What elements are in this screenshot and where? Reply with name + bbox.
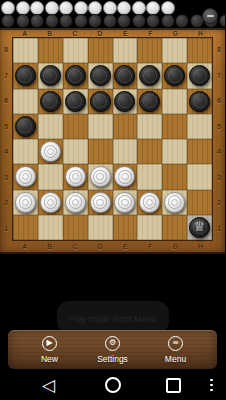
file-label: G xyxy=(163,242,188,251)
square-B5[interactable] xyxy=(38,114,63,139)
square-G4[interactable] xyxy=(162,139,187,164)
android-nav-bar: ◁ xyxy=(0,370,225,400)
checkers-board: ABCDEFGH ABCDEFGH 87654321 87654321 ♕ xyxy=(0,28,225,254)
black-man-D6[interactable] xyxy=(90,91,111,112)
black-tray-piece xyxy=(161,14,175,28)
square-A7[interactable] xyxy=(13,63,38,88)
black-tray-piece xyxy=(1,14,15,28)
square-G2[interactable] xyxy=(162,190,187,215)
rank-label: 1 xyxy=(0,216,12,242)
white-man-A2[interactable] xyxy=(15,192,36,213)
square-A3[interactable] xyxy=(13,164,38,189)
menu-list-icon: ≡ xyxy=(168,336,183,351)
file-label: B xyxy=(37,242,62,251)
white-man-D2[interactable] xyxy=(90,192,111,213)
new-button[interactable]: ▶New xyxy=(27,336,73,364)
rank-label: 6 xyxy=(0,88,12,114)
square-H3[interactable] xyxy=(187,164,212,189)
file-label: G xyxy=(163,29,188,37)
black-tray-piece xyxy=(59,14,73,28)
black-king-H1[interactable]: ♕ xyxy=(189,217,210,238)
white-tray-piece xyxy=(45,1,59,15)
white-tray-piece xyxy=(74,1,88,15)
menu-button[interactable]: ≡Menu xyxy=(153,336,199,364)
square-F7[interactable] xyxy=(137,63,162,88)
white-tray-piece xyxy=(132,1,146,15)
black-man-D7[interactable] xyxy=(90,65,111,86)
piece-trays xyxy=(0,0,225,28)
file-label: C xyxy=(62,242,87,251)
black-tray-piece xyxy=(45,14,59,28)
square-A8[interactable] xyxy=(13,38,38,63)
square-D2[interactable] xyxy=(88,190,113,215)
square-B7[interactable] xyxy=(38,63,63,88)
square-C1[interactable] xyxy=(63,215,88,240)
black-man-A7[interactable] xyxy=(15,65,36,86)
black-tray-piece xyxy=(117,14,131,28)
app-screen: ABCDEFGH ABCDEFGH 87654321 87654321 ♕ Pl… xyxy=(0,0,225,400)
square-F3[interactable] xyxy=(137,164,162,189)
rank-label: 2 xyxy=(0,190,12,216)
square-D8[interactable] xyxy=(88,38,113,63)
recents-icon[interactable] xyxy=(166,378,181,393)
toast-text: Play mode from Menu xyxy=(68,314,156,324)
rank-label: 8 xyxy=(0,37,12,63)
rank-label: 2 xyxy=(213,190,225,216)
file-label: H xyxy=(188,242,213,251)
rank-label: 4 xyxy=(0,139,12,165)
square-H2[interactable] xyxy=(187,190,212,215)
square-C8[interactable] xyxy=(63,38,88,63)
black-man-G7[interactable] xyxy=(164,65,185,86)
black-man-C7[interactable] xyxy=(65,65,86,86)
file-label: A xyxy=(12,29,37,37)
square-E7[interactable] xyxy=(113,63,138,88)
rank-label: 7 xyxy=(213,63,225,89)
minus-bar xyxy=(207,15,214,17)
square-F8[interactable] xyxy=(137,38,162,63)
file-label: E xyxy=(113,242,138,251)
square-C3[interactable] xyxy=(63,164,88,189)
square-C7[interactable] xyxy=(63,63,88,88)
rank-label: 6 xyxy=(213,88,225,114)
square-F2[interactable] xyxy=(137,190,162,215)
square-D4[interactable] xyxy=(88,139,113,164)
white-tray-piece xyxy=(16,1,30,15)
square-B3[interactable] xyxy=(38,164,63,189)
file-label: D xyxy=(87,29,112,37)
square-H5[interactable] xyxy=(187,114,212,139)
white-tray-piece xyxy=(59,1,73,15)
rank-label: 3 xyxy=(213,165,225,191)
square-A4[interactable] xyxy=(13,139,38,164)
white-man-C3[interactable] xyxy=(65,166,86,187)
file-labels-bottom: ABCDEFGH xyxy=(12,242,213,251)
gear-icon: ⚙ xyxy=(105,336,120,351)
square-F1[interactable] xyxy=(137,215,162,240)
square-B4[interactable] xyxy=(38,139,63,164)
square-B8[interactable] xyxy=(38,38,63,63)
black-man-H6[interactable] xyxy=(189,91,210,112)
square-C6[interactable] xyxy=(63,89,88,114)
white-man-B2[interactable] xyxy=(40,192,61,213)
square-A5[interactable] xyxy=(13,114,38,139)
black-man-F6[interactable] xyxy=(139,91,160,112)
white-tray-piece xyxy=(161,1,175,15)
square-E6[interactable] xyxy=(113,89,138,114)
black-man-F7[interactable] xyxy=(139,65,160,86)
black-man-E7[interactable] xyxy=(114,65,135,86)
square-F6[interactable] xyxy=(137,89,162,114)
file-label: E xyxy=(113,29,138,37)
black-tray-piece xyxy=(132,14,146,28)
square-C2[interactable] xyxy=(63,190,88,215)
square-G1[interactable] xyxy=(162,215,187,240)
square-D5[interactable] xyxy=(88,114,113,139)
square-G5[interactable] xyxy=(162,114,187,139)
square-C5[interactable] xyxy=(63,114,88,139)
play-icon: ▶ xyxy=(42,336,57,351)
square-E5[interactable] xyxy=(113,114,138,139)
black-tray-piece xyxy=(103,14,117,28)
square-A6[interactable] xyxy=(13,89,38,114)
white-pieces-tray xyxy=(1,1,175,15)
square-E4[interactable] xyxy=(113,139,138,164)
black-tray-piece xyxy=(175,14,189,28)
square-D1[interactable] xyxy=(88,215,113,240)
button-label: New xyxy=(41,354,58,364)
button-label: Menu xyxy=(165,354,186,364)
square-H4[interactable] xyxy=(187,139,212,164)
square-E3[interactable] xyxy=(113,164,138,189)
board-grid: ♕ xyxy=(12,37,213,241)
file-labels-top: ABCDEFGH xyxy=(12,29,213,37)
rank-label: 5 xyxy=(213,114,225,140)
square-C4[interactable] xyxy=(63,139,88,164)
button-label: Settings xyxy=(97,354,128,364)
square-G3[interactable] xyxy=(162,164,187,189)
white-tray-piece xyxy=(103,1,117,15)
square-F4[interactable] xyxy=(137,139,162,164)
white-man-D3[interactable] xyxy=(90,166,111,187)
square-B6[interactable] xyxy=(38,89,63,114)
black-tray-piece xyxy=(30,14,44,28)
square-B1[interactable] xyxy=(38,215,63,240)
rank-label: 7 xyxy=(0,63,12,89)
rank-labels-right: 87654321 xyxy=(213,37,225,241)
white-man-G2[interactable] xyxy=(164,192,185,213)
rank-labels-left: 87654321 xyxy=(0,37,12,241)
file-label: H xyxy=(188,29,213,37)
white-man-F2[interactable] xyxy=(139,192,160,213)
action-bar: ▶New⚙Settings≡Menu xyxy=(8,330,217,369)
square-H1[interactable]: ♕ xyxy=(187,215,212,240)
toast: Play mode from Menu xyxy=(56,301,168,333)
rank-label: 4 xyxy=(213,139,225,165)
rank-label: 3 xyxy=(0,165,12,191)
file-label: D xyxy=(87,242,112,251)
square-D6[interactable] xyxy=(88,89,113,114)
black-man-H7[interactable] xyxy=(189,65,210,86)
black-tray-piece xyxy=(219,14,226,28)
white-tray-piece xyxy=(146,1,160,15)
file-label: F xyxy=(138,29,163,37)
black-pieces-tray xyxy=(1,14,225,28)
rank-label: 5 xyxy=(0,114,12,140)
minus-icon[interactable] xyxy=(202,8,218,24)
overflow-dots-icon[interactable] xyxy=(210,379,213,392)
black-tray-piece xyxy=(16,14,30,28)
square-F5[interactable] xyxy=(137,114,162,139)
settings-button[interactable]: ⚙Settings xyxy=(90,336,136,364)
rank-label: 8 xyxy=(213,37,225,63)
square-H6[interactable] xyxy=(187,89,212,114)
rank-label: 1 xyxy=(213,216,225,242)
black-tray-piece xyxy=(146,14,160,28)
white-tray-piece xyxy=(30,1,44,15)
square-D3[interactable] xyxy=(88,164,113,189)
home-icon[interactable] xyxy=(105,377,121,393)
white-tray-piece xyxy=(117,1,131,15)
white-tray-piece xyxy=(1,1,15,15)
square-E1[interactable] xyxy=(113,215,138,240)
square-A2[interactable] xyxy=(13,190,38,215)
square-H7[interactable] xyxy=(187,63,212,88)
black-tray-piece xyxy=(74,14,88,28)
square-B2[interactable] xyxy=(38,190,63,215)
white-man-B4[interactable] xyxy=(40,141,61,162)
back-icon[interactable]: ◁ xyxy=(42,377,55,394)
square-A1[interactable] xyxy=(13,215,38,240)
black-man-E6[interactable] xyxy=(114,91,135,112)
file-label: C xyxy=(62,29,87,37)
black-man-B6[interactable] xyxy=(40,91,61,112)
white-tray-piece xyxy=(88,1,102,15)
square-E2[interactable] xyxy=(113,190,138,215)
white-man-C2[interactable] xyxy=(65,192,86,213)
square-H8[interactable] xyxy=(187,38,212,63)
crown-icon: ♕ xyxy=(194,220,206,233)
square-G6[interactable] xyxy=(162,89,187,114)
file-label: A xyxy=(12,242,37,251)
white-man-E3[interactable] xyxy=(114,166,135,187)
square-E8[interactable] xyxy=(113,38,138,63)
black-man-B7[interactable] xyxy=(40,65,61,86)
square-D7[interactable] xyxy=(88,63,113,88)
white-man-E2[interactable] xyxy=(114,192,135,213)
file-label: B xyxy=(37,29,62,37)
black-man-C6[interactable] xyxy=(65,91,86,112)
file-label: F xyxy=(138,242,163,251)
square-G8[interactable] xyxy=(162,38,187,63)
square-G7[interactable] xyxy=(162,63,187,88)
action-buttons: ▶New⚙Settings≡Menu xyxy=(8,330,217,369)
black-tray-piece xyxy=(88,14,102,28)
black-man-A5[interactable] xyxy=(15,116,36,137)
white-man-A3[interactable] xyxy=(15,166,36,187)
